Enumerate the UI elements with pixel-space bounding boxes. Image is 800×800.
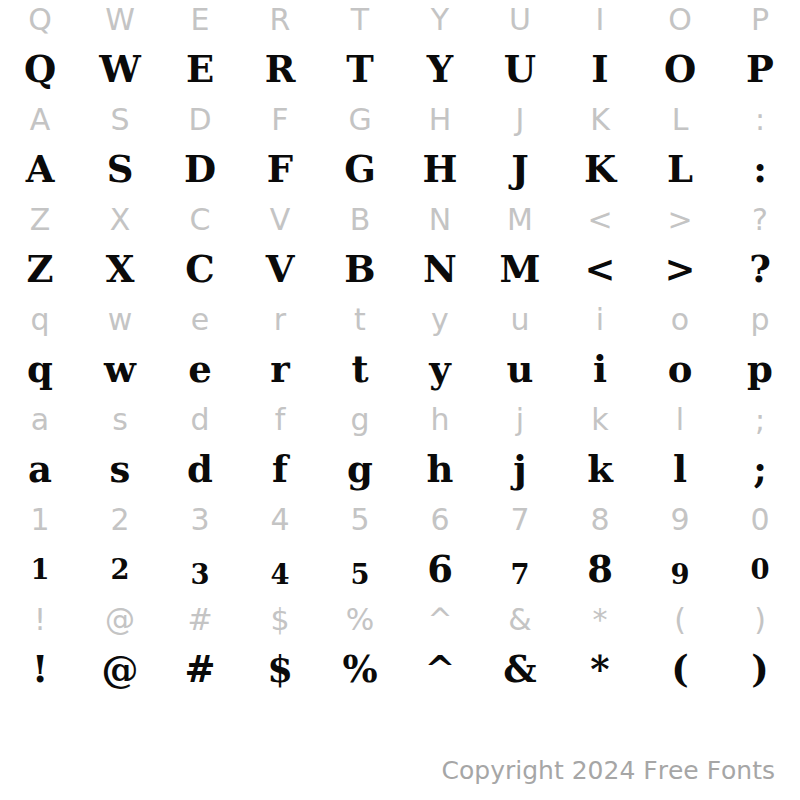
glyph: J [511, 147, 529, 191]
glyph-cell-r11-c2: 2 [80, 494, 160, 544]
glyph-cell-r7-c5: t [320, 294, 400, 344]
glyph-cell-r9-c1: a [0, 394, 80, 444]
glyph: # [187, 602, 212, 637]
glyph: 2 [110, 502, 129, 537]
glyph: o [671, 302, 689, 337]
glyph: : [755, 102, 765, 137]
glyph-cell-r14-c8: * [560, 644, 640, 694]
glyph-cell-r3-c4: F [240, 94, 320, 144]
glyph-cell-r11-c10: 0 [720, 494, 800, 544]
glyph: o [668, 347, 693, 391]
glyph: u [507, 347, 534, 391]
glyph: ) [751, 647, 769, 691]
glyph: k [591, 402, 608, 437]
glyph: q [30, 302, 49, 337]
glyph: a [28, 447, 52, 491]
glyph-cell-r12-c6: 6 [400, 544, 480, 594]
glyph-cell-r8-c2: w [80, 344, 160, 394]
glyph-cell-r8-c6: y [400, 344, 480, 394]
glyph-cell-r14-c9: ( [640, 644, 720, 694]
glyph: ? [749, 247, 771, 291]
glyph-cell-r13-c2: @ [80, 594, 160, 644]
glyph-cell-r5-c1: Z [0, 194, 80, 244]
glyph-cell-r9-c7: j [480, 394, 560, 444]
glyph-cell-r3-c5: G [320, 94, 400, 144]
glyph: B [344, 247, 375, 291]
glyph-cell-r11-c8: 8 [560, 494, 640, 544]
glyph: E [186, 47, 214, 91]
glyph-cell-r4-c8: K [560, 144, 640, 194]
glyph-cell-r7-c7: u [480, 294, 560, 344]
glyph-cell-r7-c10: p [720, 294, 800, 344]
glyph-cell-r10-c1: a [0, 444, 80, 494]
glyph: 0 [750, 553, 769, 585]
glyph-cell-r2-c2: W [80, 44, 160, 94]
glyph-cell-r7-c2: w [80, 294, 160, 344]
glyph: I [591, 47, 608, 91]
glyph-cell-r10-c2: s [80, 444, 160, 494]
glyph: g [350, 402, 369, 437]
glyph: L [667, 147, 693, 191]
glyph-cell-r12-c5: 5 [320, 544, 400, 594]
glyph-cell-r10-c7: j [480, 444, 560, 494]
glyph: C [190, 202, 211, 237]
glyph: V [270, 202, 291, 237]
glyph: ! [34, 602, 46, 637]
glyph: $ [267, 647, 293, 691]
glyph-cell-r2-c3: E [160, 44, 240, 94]
glyph: * [590, 647, 609, 691]
font-specimen-page: QWERTYUIOPQWERTYUIOPASDFGHJKL:ASDFGHJKL:… [0, 0, 800, 800]
glyph-cell-r11-c4: 4 [240, 494, 320, 544]
glyph: k [587, 447, 613, 491]
glyph: G [348, 102, 371, 137]
glyph: t [354, 302, 366, 337]
glyph-cell-r4-c2: S [80, 144, 160, 194]
glyph-cell-r6-c9: > [640, 244, 720, 294]
glyph-cell-r6-c3: C [160, 244, 240, 294]
glyph: Q [28, 2, 52, 37]
glyph-cell-r9-c8: k [560, 394, 640, 444]
glyph: l [676, 402, 684, 437]
glyph: @ [102, 647, 139, 691]
glyph-cell-r10-c6: h [400, 444, 480, 494]
glyph-cell-r14-c7: & [480, 644, 560, 694]
glyph: V [266, 247, 295, 291]
glyph-cell-r5-c5: B [320, 194, 400, 244]
glyph-cell-r7-c9: o [640, 294, 720, 344]
glyph: R [265, 47, 296, 91]
glyph: r [270, 347, 290, 391]
glyph-cell-r8-c4: r [240, 344, 320, 394]
glyph-cell-r11-c5: 5 [320, 494, 400, 544]
glyph: D [188, 102, 211, 137]
glyph: < [584, 247, 615, 291]
glyph: p [747, 347, 773, 391]
glyph: T [351, 2, 369, 37]
glyph: S [107, 147, 134, 191]
glyph: s [112, 402, 128, 437]
glyph-cell-r1-c10: P [720, 0, 800, 44]
glyph: X [110, 202, 131, 237]
glyph: e [188, 347, 212, 391]
glyph-cell-r6-c2: X [80, 244, 160, 294]
glyph: 7 [510, 558, 529, 590]
glyph: Y [431, 2, 449, 37]
glyph-cell-r1-c9: O [640, 0, 720, 44]
glyph: w [108, 302, 133, 337]
glyph: > [664, 247, 695, 291]
glyph-cell-r2-c10: P [720, 44, 800, 94]
glyph-cell-r5-c4: V [240, 194, 320, 244]
glyph-cell-r1-c6: Y [400, 0, 480, 44]
glyph-cell-r9-c9: l [640, 394, 720, 444]
glyph: & [508, 602, 531, 637]
glyph-cell-r8-c5: t [320, 344, 400, 394]
glyph: A [26, 147, 55, 191]
glyph-cell-r5-c8: < [560, 194, 640, 244]
glyph-cell-r4-c3: D [160, 144, 240, 194]
glyph: O [664, 47, 696, 91]
glyph: U [509, 2, 531, 37]
glyph-cell-r1-c3: E [160, 0, 240, 44]
glyph: M [500, 247, 541, 291]
glyph-cell-r12-c3: 3 [160, 544, 240, 594]
character-map-grid: QWERTYUIOPQWERTYUIOPASDFGHJKL:ASDFGHJKL:… [0, 0, 800, 694]
glyph: 6 [427, 547, 453, 591]
glyph-cell-r13-c10: ) [720, 594, 800, 644]
glyph-cell-r6-c10: ? [720, 244, 800, 294]
glyph-cell-r13-c8: * [560, 594, 640, 644]
glyph: p [750, 302, 769, 337]
glyph: e [191, 302, 209, 337]
glyph-cell-r8-c3: e [160, 344, 240, 394]
glyph-cell-r1-c2: W [80, 0, 160, 44]
glyph: ( [671, 647, 689, 691]
glyph: I [596, 2, 605, 37]
glyph-cell-r4-c6: H [400, 144, 480, 194]
glyph-cell-r6-c4: V [240, 244, 320, 294]
glyph-cell-r9-c5: g [320, 394, 400, 444]
glyph: a [31, 402, 49, 437]
glyph: i [593, 347, 607, 391]
glyph-cell-r14-c4: $ [240, 644, 320, 694]
glyph: j [513, 447, 526, 491]
glyph: 9 [670, 558, 689, 590]
glyph: # [184, 647, 215, 691]
glyph-cell-r4-c1: A [0, 144, 80, 194]
glyph: y [429, 347, 451, 391]
glyph-cell-r1-c1: Q [0, 0, 80, 44]
glyph-cell-r10-c10: ; [720, 444, 800, 494]
glyph-cell-r11-c7: 7 [480, 494, 560, 544]
glyph: 8 [587, 547, 613, 591]
glyph: 4 [270, 502, 289, 537]
glyph: K [584, 147, 616, 191]
glyph-cell-r5-c7: M [480, 194, 560, 244]
glyph-cell-r7-c3: e [160, 294, 240, 344]
glyph: L [672, 102, 689, 137]
glyph-cell-r7-c8: i [560, 294, 640, 344]
glyph: J [516, 102, 525, 137]
glyph: ( [674, 602, 686, 637]
glyph: T [346, 47, 374, 91]
glyph: Q [24, 47, 56, 91]
glyph: H [423, 147, 458, 191]
glyph-cell-r3-c6: H [400, 94, 480, 144]
glyph: 5 [350, 502, 369, 537]
glyph: h [427, 447, 454, 491]
glyph-cell-r5-c3: C [160, 194, 240, 244]
glyph-cell-r11-c6: 6 [400, 494, 480, 544]
glyph-cell-r11-c1: 1 [0, 494, 80, 544]
glyph-cell-r5-c2: X [80, 194, 160, 244]
glyph-cell-r10-c9: l [640, 444, 720, 494]
glyph-cell-r8-c10: p [720, 344, 800, 394]
glyph: D [184, 147, 216, 191]
glyph-cell-r14-c10: ) [720, 644, 800, 694]
glyph-cell-r9-c6: h [400, 394, 480, 444]
glyph: ? [752, 202, 768, 237]
glyph-cell-r4-c10: : [720, 144, 800, 194]
glyph-cell-r12-c10: 0 [720, 544, 800, 594]
glyph-cell-r2-c6: Y [400, 44, 480, 94]
glyph: N [423, 247, 457, 291]
glyph: t [351, 347, 368, 391]
glyph-cell-r14-c5: % [320, 644, 400, 694]
glyph-cell-r9-c4: f [240, 394, 320, 444]
glyph-cell-r9-c2: s [80, 394, 160, 444]
glyph: @ [105, 602, 135, 637]
glyph: G [344, 147, 376, 191]
glyph: % [346, 602, 375, 637]
glyph: ; [753, 447, 767, 491]
glyph-cell-r5-c9: > [640, 194, 720, 244]
glyph-cell-r4-c4: F [240, 144, 320, 194]
glyph: U [504, 47, 536, 91]
glyph: 4 [270, 558, 289, 590]
glyph-cell-r2-c4: R [240, 44, 320, 94]
glyph-cell-r14-c2: @ [80, 644, 160, 694]
glyph-cell-r11-c3: 3 [160, 494, 240, 544]
glyph-cell-r6-c5: B [320, 244, 400, 294]
glyph-cell-r8-c7: u [480, 344, 560, 394]
glyph-cell-r8-c9: o [640, 344, 720, 394]
glyph-cell-r1-c7: U [480, 0, 560, 44]
glyph: r [274, 302, 286, 337]
glyph-cell-r13-c3: # [160, 594, 240, 644]
glyph-cell-r3-c9: L [640, 94, 720, 144]
glyph: P [746, 47, 774, 91]
glyph: F [271, 102, 288, 137]
glyph: q [27, 347, 53, 391]
glyph: F [267, 147, 293, 191]
glyph-cell-r6-c7: M [480, 244, 560, 294]
glyph-cell-r9-c10: ; [720, 394, 800, 444]
glyph-cell-r3-c7: J [480, 94, 560, 144]
glyph-cell-r10-c4: f [240, 444, 320, 494]
glyph: 2 [110, 553, 129, 585]
glyph: A [30, 102, 51, 137]
glyph: ! [32, 647, 48, 691]
glyph: Y [427, 47, 453, 91]
glyph-cell-r7-c4: r [240, 294, 320, 344]
glyph: 8 [590, 502, 609, 537]
glyph: l [673, 447, 687, 491]
glyph-cell-r9-c3: d [160, 394, 240, 444]
glyph-cell-r2-c9: O [640, 44, 720, 94]
glyph-cell-r12-c8: 8 [560, 544, 640, 594]
glyph-cell-r10-c8: k [560, 444, 640, 494]
glyph-cell-r5-c10: ? [720, 194, 800, 244]
glyph-cell-r12-c9: 9 [640, 544, 720, 594]
glyph: * [593, 602, 608, 637]
glyph-cell-r4-c7: J [480, 144, 560, 194]
glyph-cell-r2-c5: T [320, 44, 400, 94]
glyph-cell-r6-c1: Z [0, 244, 80, 294]
glyph: : [753, 147, 767, 191]
glyph: ^ [424, 647, 455, 691]
glyph: 1 [30, 502, 49, 537]
glyph: ) [754, 602, 766, 637]
glyph-cell-r12-c7: 7 [480, 544, 560, 594]
glyph: 6 [430, 502, 449, 537]
glyph-cell-r3-c8: K [560, 94, 640, 144]
glyph-cell-r2-c7: U [480, 44, 560, 94]
glyph-cell-r3-c3: D [160, 94, 240, 144]
glyph: i [596, 302, 604, 337]
glyph-cell-r5-c6: N [400, 194, 480, 244]
glyph: ^ [427, 602, 452, 637]
glyph-cell-r7-c6: y [400, 294, 480, 344]
glyph-cell-r3-c2: S [80, 94, 160, 144]
glyph-cell-r13-c6: ^ [400, 594, 480, 644]
glyph: < [587, 202, 612, 237]
glyph: W [99, 47, 141, 91]
glyph-cell-r8-c1: q [0, 344, 80, 394]
glyph-cell-r14-c3: # [160, 644, 240, 694]
glyph-cell-r3-c1: A [0, 94, 80, 144]
glyph: Z [30, 202, 51, 237]
glyph: s [110, 447, 131, 491]
copyright-text: Copyright 2024 Free Fonts [442, 756, 775, 785]
glyph-cell-r13-c9: ( [640, 594, 720, 644]
glyph: R [270, 2, 291, 37]
glyph: 3 [190, 558, 209, 590]
glyph: M [507, 202, 533, 237]
glyph: 1 [30, 553, 49, 585]
glyph: Z [26, 247, 53, 291]
glyph-cell-r7-c1: q [0, 294, 80, 344]
glyph-cell-r13-c4: $ [240, 594, 320, 644]
glyph-cell-r10-c3: d [160, 444, 240, 494]
glyph: C [185, 247, 214, 291]
glyph-cell-r13-c7: & [480, 594, 560, 644]
glyph-cell-r6-c6: N [400, 244, 480, 294]
glyph-cell-r13-c1: ! [0, 594, 80, 644]
glyph-cell-r2-c1: Q [0, 44, 80, 94]
glyph: H [429, 102, 452, 137]
glyph-cell-r4-c5: G [320, 144, 400, 194]
glyph: P [751, 2, 769, 37]
glyph-cell-r12-c4: 4 [240, 544, 320, 594]
glyph: d [187, 447, 213, 491]
glyph-cell-r8-c8: i [560, 344, 640, 394]
glyph-cell-r6-c8: < [560, 244, 640, 294]
glyph: > [667, 202, 692, 237]
glyph: X [106, 247, 135, 291]
glyph: u [510, 302, 529, 337]
glyph: y [431, 302, 449, 337]
glyph: f [272, 447, 288, 491]
glyph-cell-r1-c8: I [560, 0, 640, 44]
glyph: g [347, 447, 373, 491]
glyph: % [342, 647, 377, 691]
glyph-cell-r12-c2: 2 [80, 544, 160, 594]
glyph: K [590, 102, 610, 137]
glyph: $ [270, 602, 289, 637]
glyph: O [668, 2, 692, 37]
glyph-cell-r3-c10: : [720, 94, 800, 144]
glyph: d [190, 402, 209, 437]
glyph-cell-r14-c1: ! [0, 644, 80, 694]
glyph: & [503, 647, 536, 691]
glyph: f [275, 402, 286, 437]
glyph: 9 [670, 502, 689, 537]
glyph-cell-r10-c5: g [320, 444, 400, 494]
glyph: j [516, 402, 524, 437]
glyph-cell-r1-c5: T [320, 0, 400, 44]
glyph: w [104, 347, 136, 391]
glyph-cell-r1-c4: R [240, 0, 320, 44]
glyph-cell-r12-c1: 1 [0, 544, 80, 594]
glyph: 0 [750, 502, 769, 537]
glyph: ; [755, 402, 765, 437]
glyph-cell-r14-c6: ^ [400, 644, 480, 694]
glyph: B [350, 202, 371, 237]
glyph: S [110, 102, 129, 137]
glyph: 5 [350, 558, 369, 590]
glyph: h [430, 402, 449, 437]
glyph: W [105, 2, 135, 37]
glyph-cell-r13-c5: % [320, 594, 400, 644]
glyph: 7 [510, 502, 529, 537]
glyph-cell-r4-c9: L [640, 144, 720, 194]
glyph: E [191, 2, 210, 37]
glyph-cell-r2-c8: I [560, 44, 640, 94]
glyph-cell-r11-c9: 9 [640, 494, 720, 544]
glyph: 3 [190, 502, 209, 537]
glyph: N [429, 202, 451, 237]
